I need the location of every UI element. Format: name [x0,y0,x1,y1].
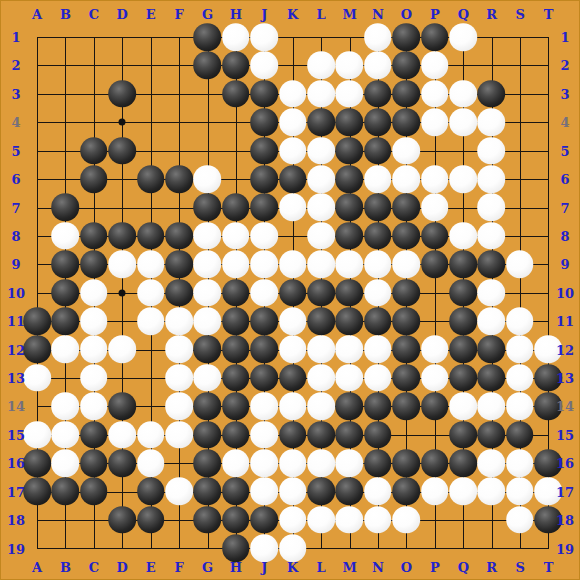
intersection-K3[interactable] [278,80,306,108]
intersection-C10[interactable] [80,278,108,306]
intersection-J13[interactable] [250,364,278,392]
intersection-S3[interactable] [506,80,534,108]
intersection-R3[interactable] [477,80,505,108]
intersection-D5[interactable] [108,136,136,164]
intersection-A2[interactable] [23,51,51,79]
intersection-F9[interactable] [165,250,193,278]
intersection-L2[interactable] [307,51,335,79]
intersection-Q6[interactable] [449,165,477,193]
intersection-N9[interactable] [364,250,392,278]
intersection-R10[interactable] [477,278,505,306]
intersection-E2[interactable] [136,51,164,79]
intersection-P2[interactable] [420,51,448,79]
intersection-G5[interactable] [193,136,221,164]
intersection-E19[interactable] [136,534,164,562]
intersection-G14[interactable] [193,392,221,420]
intersection-F18[interactable] [165,506,193,534]
intersection-O19[interactable] [392,534,420,562]
intersection-K14[interactable] [278,392,306,420]
intersection-F17[interactable] [165,477,193,505]
intersection-N11[interactable] [364,307,392,335]
intersection-R2[interactable] [477,51,505,79]
intersection-Q10[interactable] [449,278,477,306]
intersection-K2[interactable] [278,51,306,79]
intersection-Q1[interactable] [449,23,477,51]
intersection-K4[interactable] [278,108,306,136]
intersection-K15[interactable] [278,420,306,448]
intersection-A9[interactable] [23,250,51,278]
intersection-O8[interactable] [392,222,420,250]
intersection-L7[interactable] [307,193,335,221]
intersection-F7[interactable] [165,193,193,221]
intersection-Q4[interactable] [449,108,477,136]
intersection-P7[interactable] [420,193,448,221]
intersection-F14[interactable] [165,392,193,420]
intersection-B17[interactable] [51,477,79,505]
intersection-M6[interactable] [335,165,363,193]
intersection-P11[interactable] [420,307,448,335]
intersection-A17[interactable] [23,477,51,505]
intersection-J18[interactable] [250,506,278,534]
intersection-M18[interactable] [335,506,363,534]
intersection-Q7[interactable] [449,193,477,221]
intersection-L14[interactable] [307,392,335,420]
intersection-E5[interactable] [136,136,164,164]
intersection-K8[interactable] [278,222,306,250]
intersection-O3[interactable] [392,80,420,108]
intersection-D8[interactable] [108,222,136,250]
intersection-D18[interactable] [108,506,136,534]
intersection-M9[interactable] [335,250,363,278]
intersection-D12[interactable] [108,335,136,363]
intersection-B9[interactable] [51,250,79,278]
intersection-L1[interactable] [307,23,335,51]
intersection-F13[interactable] [165,364,193,392]
intersection-G19[interactable] [193,534,221,562]
intersection-S1[interactable] [506,23,534,51]
intersection-L13[interactable] [307,364,335,392]
intersection-Q3[interactable] [449,80,477,108]
intersection-S9[interactable] [506,250,534,278]
intersection-C2[interactable] [80,51,108,79]
intersection-E11[interactable] [136,307,164,335]
intersection-K6[interactable] [278,165,306,193]
intersection-J12[interactable] [250,335,278,363]
intersection-F15[interactable] [165,420,193,448]
intersection-K17[interactable] [278,477,306,505]
intersection-J5[interactable] [250,136,278,164]
intersection-E10[interactable] [136,278,164,306]
intersection-N18[interactable] [364,506,392,534]
intersection-P12[interactable] [420,335,448,363]
intersection-H15[interactable] [222,420,250,448]
intersection-J17[interactable] [250,477,278,505]
intersection-S14[interactable] [506,392,534,420]
intersection-R5[interactable] [477,136,505,164]
intersection-F1[interactable] [165,23,193,51]
intersection-K16[interactable] [278,449,306,477]
intersection-N13[interactable] [364,364,392,392]
intersection-J4[interactable] [250,108,278,136]
intersection-A10[interactable] [23,278,51,306]
intersection-M14[interactable] [335,392,363,420]
intersection-P1[interactable] [420,23,448,51]
intersection-H9[interactable] [222,250,250,278]
intersection-A5[interactable] [23,136,51,164]
intersection-S11[interactable] [506,307,534,335]
intersection-G15[interactable] [193,420,221,448]
intersection-R11[interactable] [477,307,505,335]
intersection-H17[interactable] [222,477,250,505]
intersection-C18[interactable] [80,506,108,534]
intersection-S12[interactable] [506,335,534,363]
intersection-J2[interactable] [250,51,278,79]
intersection-B7[interactable] [51,193,79,221]
intersection-E8[interactable] [136,222,164,250]
intersection-B16[interactable] [51,449,79,477]
intersection-O9[interactable] [392,250,420,278]
intersection-H19[interactable] [222,534,250,562]
intersection-P5[interactable] [420,136,448,164]
intersection-C19[interactable] [80,534,108,562]
intersection-D16[interactable] [108,449,136,477]
intersection-O5[interactable] [392,136,420,164]
intersection-G9[interactable] [193,250,221,278]
intersection-L12[interactable] [307,335,335,363]
intersection-B12[interactable] [51,335,79,363]
intersection-M3[interactable] [335,80,363,108]
intersection-S8[interactable] [506,222,534,250]
intersection-C5[interactable] [80,136,108,164]
intersection-L5[interactable] [307,136,335,164]
intersection-R6[interactable] [477,165,505,193]
intersection-K1[interactable] [278,23,306,51]
intersection-B15[interactable] [51,420,79,448]
intersection-H6[interactable] [222,165,250,193]
intersection-H8[interactable] [222,222,250,250]
intersection-J8[interactable] [250,222,278,250]
intersection-D9[interactable] [108,250,136,278]
intersection-A7[interactable] [23,193,51,221]
intersection-A11[interactable] [23,307,51,335]
intersection-E9[interactable] [136,250,164,278]
intersection-D19[interactable] [108,534,136,562]
intersection-O4[interactable] [392,108,420,136]
intersection-A19[interactable] [23,534,51,562]
intersection-O18[interactable] [392,506,420,534]
intersection-N17[interactable] [364,477,392,505]
intersection-K5[interactable] [278,136,306,164]
intersection-Q17[interactable] [449,477,477,505]
intersection-J9[interactable] [250,250,278,278]
intersection-L9[interactable] [307,250,335,278]
intersection-A4[interactable] [23,108,51,136]
intersection-R18[interactable] [477,506,505,534]
intersection-C3[interactable] [80,80,108,108]
intersection-K18[interactable] [278,506,306,534]
intersection-M8[interactable] [335,222,363,250]
intersection-D10[interactable] [108,278,136,306]
intersection-D3[interactable] [108,80,136,108]
intersection-R15[interactable] [477,420,505,448]
intersection-Q9[interactable] [449,250,477,278]
intersection-D7[interactable] [108,193,136,221]
intersection-N16[interactable] [364,449,392,477]
intersection-T3[interactable] [534,80,562,108]
intersection-N12[interactable] [364,335,392,363]
intersection-A3[interactable] [23,80,51,108]
intersection-D6[interactable] [108,165,136,193]
intersection-Q16[interactable] [449,449,477,477]
intersection-R7[interactable] [477,193,505,221]
intersection-R9[interactable] [477,250,505,278]
intersection-B13[interactable] [51,364,79,392]
intersection-H12[interactable] [222,335,250,363]
intersection-P19[interactable] [420,534,448,562]
intersection-K10[interactable] [278,278,306,306]
intersection-L8[interactable] [307,222,335,250]
intersection-L16[interactable] [307,449,335,477]
intersection-H5[interactable] [222,136,250,164]
intersection-Q14[interactable] [449,392,477,420]
intersection-H7[interactable] [222,193,250,221]
intersection-Q2[interactable] [449,51,477,79]
intersection-T1[interactable] [534,23,562,51]
intersection-R14[interactable] [477,392,505,420]
intersection-M15[interactable] [335,420,363,448]
intersection-R8[interactable] [477,222,505,250]
intersection-F5[interactable] [165,136,193,164]
intersection-C8[interactable] [80,222,108,250]
intersection-O12[interactable] [392,335,420,363]
intersection-Q11[interactable] [449,307,477,335]
intersection-H13[interactable] [222,364,250,392]
intersection-R17[interactable] [477,477,505,505]
intersection-N14[interactable] [364,392,392,420]
intersection-B6[interactable] [51,165,79,193]
intersection-P4[interactable] [420,108,448,136]
intersection-P18[interactable] [420,506,448,534]
intersection-F4[interactable] [165,108,193,136]
intersection-M16[interactable] [335,449,363,477]
intersection-D11[interactable] [108,307,136,335]
intersection-M5[interactable] [335,136,363,164]
intersection-G6[interactable] [193,165,221,193]
intersection-J6[interactable] [250,165,278,193]
intersection-N19[interactable] [364,534,392,562]
intersection-S6[interactable] [506,165,534,193]
intersection-C15[interactable] [80,420,108,448]
intersection-Q13[interactable] [449,364,477,392]
intersection-B4[interactable] [51,108,79,136]
intersection-S10[interactable] [506,278,534,306]
intersection-G13[interactable] [193,364,221,392]
intersection-G11[interactable] [193,307,221,335]
intersection-S4[interactable] [506,108,534,136]
intersection-T7[interactable] [534,193,562,221]
intersection-P17[interactable] [420,477,448,505]
intersection-G4[interactable] [193,108,221,136]
intersection-G16[interactable] [193,449,221,477]
go-board[interactable]: AABBCCDDEEFFGGHHJJKKLLMMNNOOPPQQRRSSTT11… [0,0,580,580]
intersection-F2[interactable] [165,51,193,79]
intersection-L18[interactable] [307,506,335,534]
intersection-S7[interactable] [506,193,534,221]
intersection-A16[interactable] [23,449,51,477]
intersection-K13[interactable] [278,364,306,392]
intersection-B5[interactable] [51,136,79,164]
intersection-O14[interactable] [392,392,420,420]
intersection-S17[interactable] [506,477,534,505]
intersection-C7[interactable] [80,193,108,221]
intersection-S19[interactable] [506,534,534,562]
intersection-G18[interactable] [193,506,221,534]
intersection-P15[interactable] [420,420,448,448]
intersection-A14[interactable] [23,392,51,420]
intersection-O17[interactable] [392,477,420,505]
intersection-E12[interactable] [136,335,164,363]
intersection-O10[interactable] [392,278,420,306]
intersection-M19[interactable] [335,534,363,562]
intersection-N8[interactable] [364,222,392,250]
intersection-K12[interactable] [278,335,306,363]
intersection-F3[interactable] [165,80,193,108]
intersection-E1[interactable] [136,23,164,51]
intersection-E14[interactable] [136,392,164,420]
intersection-S15[interactable] [506,420,534,448]
intersection-B8[interactable] [51,222,79,250]
intersection-G2[interactable] [193,51,221,79]
intersection-H4[interactable] [222,108,250,136]
intersection-S5[interactable] [506,136,534,164]
intersection-N3[interactable] [364,80,392,108]
intersection-H14[interactable] [222,392,250,420]
intersection-S2[interactable] [506,51,534,79]
intersection-P9[interactable] [420,250,448,278]
intersection-J19[interactable] [250,534,278,562]
intersection-T6[interactable] [534,165,562,193]
intersection-B1[interactable] [51,23,79,51]
intersection-Q15[interactable] [449,420,477,448]
intersection-K19[interactable] [278,534,306,562]
intersection-O15[interactable] [392,420,420,448]
intersection-N5[interactable] [364,136,392,164]
intersection-N4[interactable] [364,108,392,136]
intersection-N15[interactable] [364,420,392,448]
intersection-B11[interactable] [51,307,79,335]
intersection-M17[interactable] [335,477,363,505]
intersection-T8[interactable] [534,222,562,250]
intersection-H10[interactable] [222,278,250,306]
intersection-L10[interactable] [307,278,335,306]
intersection-Q18[interactable] [449,506,477,534]
intersection-C1[interactable] [80,23,108,51]
intersection-G17[interactable] [193,477,221,505]
intersection-M11[interactable] [335,307,363,335]
intersection-E15[interactable] [136,420,164,448]
intersection-N2[interactable] [364,51,392,79]
intersection-O11[interactable] [392,307,420,335]
intersection-C4[interactable] [80,108,108,136]
intersection-Q5[interactable] [449,136,477,164]
intersection-E18[interactable] [136,506,164,534]
intersection-M10[interactable] [335,278,363,306]
intersection-E17[interactable] [136,477,164,505]
intersection-R13[interactable] [477,364,505,392]
intersection-G12[interactable] [193,335,221,363]
intersection-F12[interactable] [165,335,193,363]
intersection-C16[interactable] [80,449,108,477]
intersection-C11[interactable] [80,307,108,335]
intersection-F16[interactable] [165,449,193,477]
intersection-L15[interactable] [307,420,335,448]
intersection-A6[interactable] [23,165,51,193]
intersection-O2[interactable] [392,51,420,79]
intersection-J16[interactable] [250,449,278,477]
intersection-A12[interactable] [23,335,51,363]
intersection-G8[interactable] [193,222,221,250]
intersection-K9[interactable] [278,250,306,278]
intersection-O6[interactable] [392,165,420,193]
intersection-A1[interactable] [23,23,51,51]
intersection-J3[interactable] [250,80,278,108]
intersection-E4[interactable] [136,108,164,136]
intersection-A8[interactable] [23,222,51,250]
intersection-J11[interactable] [250,307,278,335]
intersection-Q19[interactable] [449,534,477,562]
intersection-R12[interactable] [477,335,505,363]
intersection-D17[interactable] [108,477,136,505]
intersection-P3[interactable] [420,80,448,108]
intersection-E16[interactable] [136,449,164,477]
intersection-F19[interactable] [165,534,193,562]
intersection-E13[interactable] [136,364,164,392]
intersection-M12[interactable] [335,335,363,363]
intersection-M2[interactable] [335,51,363,79]
intersection-O13[interactable] [392,364,420,392]
intersection-H1[interactable] [222,23,250,51]
intersection-M13[interactable] [335,364,363,392]
intersection-J1[interactable] [250,23,278,51]
intersection-G10[interactable] [193,278,221,306]
intersection-N6[interactable] [364,165,392,193]
intersection-H2[interactable] [222,51,250,79]
intersection-K11[interactable] [278,307,306,335]
intersection-H18[interactable] [222,506,250,534]
intersection-O7[interactable] [392,193,420,221]
intersection-S13[interactable] [506,364,534,392]
intersection-K7[interactable] [278,193,306,221]
intersection-Q12[interactable] [449,335,477,363]
intersection-F8[interactable] [165,222,193,250]
board-intersections[interactable] [23,23,563,563]
intersection-T9[interactable] [534,250,562,278]
intersection-F11[interactable] [165,307,193,335]
intersection-L4[interactable] [307,108,335,136]
intersection-L6[interactable] [307,165,335,193]
intersection-B2[interactable] [51,51,79,79]
intersection-P14[interactable] [420,392,448,420]
intersection-J7[interactable] [250,193,278,221]
intersection-H11[interactable] [222,307,250,335]
intersection-C17[interactable] [80,477,108,505]
intersection-M4[interactable] [335,108,363,136]
intersection-C9[interactable] [80,250,108,278]
intersection-J14[interactable] [250,392,278,420]
intersection-B10[interactable] [51,278,79,306]
intersection-G7[interactable] [193,193,221,221]
intersection-M1[interactable] [335,23,363,51]
